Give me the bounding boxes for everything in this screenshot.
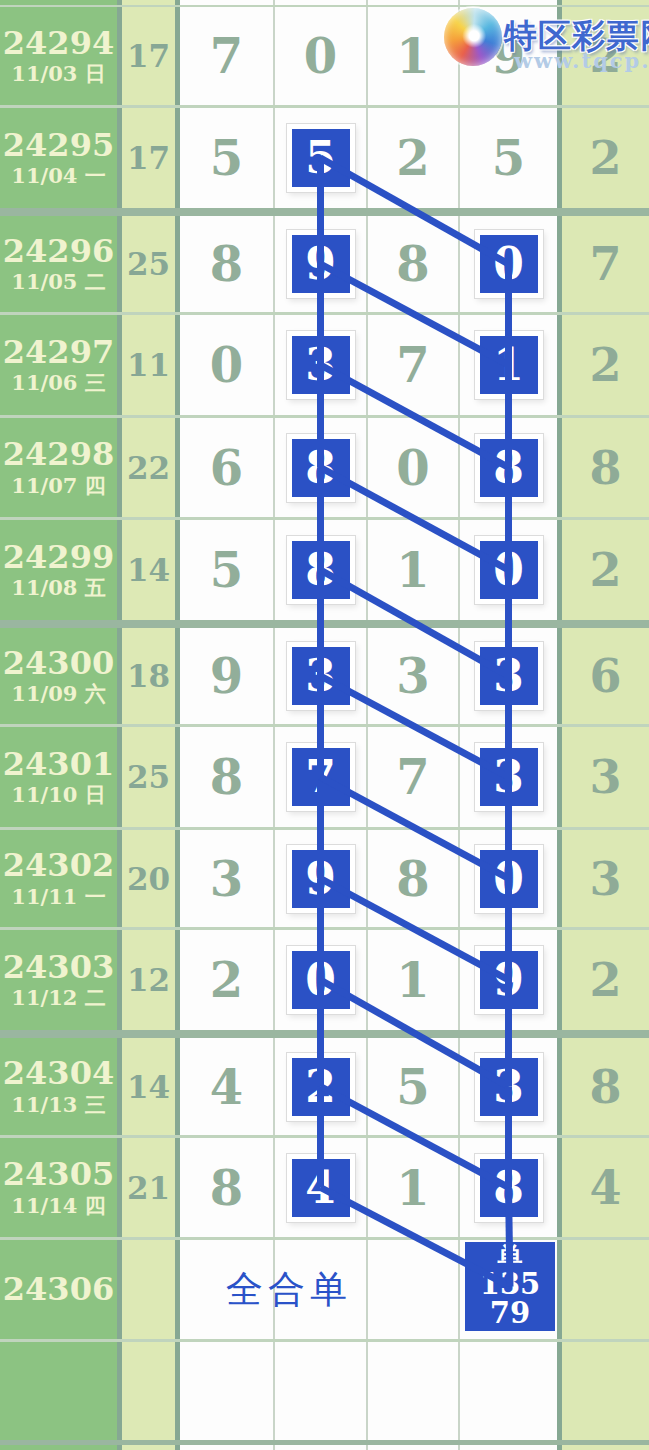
digit-cell bbox=[460, 0, 562, 5]
boxed-digit: 5 bbox=[287, 124, 355, 192]
digit-value: 5 bbox=[210, 134, 243, 182]
digit-cell: 2 bbox=[180, 930, 275, 1030]
table-row bbox=[0, 1445, 649, 1450]
issue-date: 11/03 日 bbox=[11, 63, 105, 85]
issue-number: 24306 bbox=[3, 1273, 114, 1307]
boxed-digit: 3 bbox=[287, 331, 355, 399]
tail-cell: 6 bbox=[562, 628, 649, 724]
sum-cell: 22 bbox=[122, 418, 180, 517]
sum-cell bbox=[122, 1240, 180, 1339]
sum-cell: 20 bbox=[122, 830, 180, 927]
table-row: 2429711/06 三1103712 bbox=[0, 315, 649, 418]
tail-digit-value: 8 bbox=[589, 445, 621, 491]
digit-cell: 0 bbox=[368, 418, 460, 517]
digit-value: 7 bbox=[396, 753, 429, 801]
digit-value: 8 bbox=[210, 1164, 243, 1212]
sum-value: 17 bbox=[127, 140, 170, 176]
digit-cell: 1 bbox=[368, 930, 460, 1030]
issue-number: 24298 bbox=[3, 438, 114, 472]
sum-value: 14 bbox=[127, 1069, 170, 1105]
issue-cell bbox=[0, 1445, 122, 1450]
issue-cell: 2430111/10 日 bbox=[0, 727, 122, 827]
issue-number: 24303 bbox=[3, 951, 114, 985]
digit-cell: 7 bbox=[368, 315, 460, 415]
digit-value: 1 bbox=[396, 956, 429, 1004]
boxed-digit: 3 bbox=[475, 743, 543, 811]
issue-cell: 2430511/14 四 bbox=[0, 1138, 122, 1237]
digit-cell: 5 bbox=[368, 1038, 460, 1135]
group-separator-band bbox=[0, 1030, 649, 1038]
issue-number: 24301 bbox=[3, 748, 114, 782]
tail-cell: 2 bbox=[562, 7, 649, 105]
sum-cell: 14 bbox=[122, 520, 180, 620]
tail-cell bbox=[562, 1240, 649, 1339]
digit-cell: 7 bbox=[180, 7, 275, 105]
digit-value: 3 bbox=[210, 855, 243, 903]
digit-cell: 8 bbox=[180, 1138, 275, 1237]
digit-value: 3 bbox=[396, 652, 429, 700]
tail-digit-value: 2 bbox=[589, 342, 621, 388]
digit-cell: 9 bbox=[275, 830, 368, 927]
digit-cell: 2 bbox=[275, 1038, 368, 1135]
issue-cell: 2429711/06 三 bbox=[0, 315, 122, 415]
digit-cell: 6 bbox=[180, 418, 275, 517]
digit-cell bbox=[180, 0, 275, 5]
digit-cell: 8 bbox=[368, 830, 460, 927]
rows-container: 2429411/03 日17701922429511/04 一175525224… bbox=[0, 0, 649, 1450]
issue-cell: 2430011/09 六 bbox=[0, 628, 122, 724]
boxed-digit: 8 bbox=[287, 434, 355, 502]
digit-value: 8 bbox=[396, 855, 429, 903]
digit-value: 9 bbox=[210, 652, 243, 700]
issue-date: 11/05 二 bbox=[11, 271, 105, 293]
digit-cell: 7 bbox=[368, 727, 460, 827]
sum-value: 17 bbox=[127, 38, 170, 74]
digit-value: 8 bbox=[396, 240, 429, 288]
digit-value: 0 bbox=[396, 444, 429, 492]
digit-cell: 0 bbox=[460, 830, 562, 927]
digit-cell: 1 bbox=[368, 1138, 460, 1237]
tail-cell: 2 bbox=[562, 930, 649, 1030]
tail-cell: 3 bbox=[562, 830, 649, 927]
digit-value: 7 bbox=[396, 341, 429, 389]
table-row: 2430011/09 六1893336 bbox=[0, 628, 649, 727]
digit-cell bbox=[368, 1240, 460, 1339]
digit-value: 1 bbox=[396, 546, 429, 594]
tail-cell: 3 bbox=[562, 727, 649, 827]
issue-date: 11/14 四 bbox=[11, 1195, 105, 1217]
tail-digit-value: 2 bbox=[589, 135, 621, 181]
issue-date: 11/07 四 bbox=[11, 475, 105, 497]
digit-cell: 9 bbox=[275, 216, 368, 312]
digit-cell bbox=[368, 1342, 460, 1440]
tail-digit-value: 2 bbox=[589, 33, 621, 79]
digit-cell: 3 bbox=[460, 727, 562, 827]
issue-date: 11/13 三 bbox=[11, 1094, 105, 1116]
digit-cell: 8 bbox=[460, 418, 562, 517]
sum-cell: 11 bbox=[122, 315, 180, 415]
issue-date: 11/06 三 bbox=[11, 372, 105, 394]
sum-cell: 17 bbox=[122, 7, 180, 105]
digit-cell: 0 bbox=[460, 520, 562, 620]
digit-cell: 8 bbox=[275, 418, 368, 517]
boxed-digit: 0 bbox=[287, 946, 355, 1014]
digit-cell: 1 bbox=[460, 315, 562, 415]
digit-cell bbox=[275, 1342, 368, 1440]
tail-digit-value: 2 bbox=[589, 957, 621, 1003]
digit-value: 2 bbox=[396, 134, 429, 182]
tail-cell bbox=[562, 0, 649, 5]
group-separator-band bbox=[0, 620, 649, 628]
sum-cell: 25 bbox=[122, 216, 180, 312]
table-row: 2430311/12 二1220192 bbox=[0, 930, 649, 1030]
digit-cell bbox=[368, 0, 460, 5]
digit-value: 8 bbox=[210, 753, 243, 801]
boxed-digit: 0 bbox=[475, 230, 543, 298]
issue-number: 24304 bbox=[3, 1057, 114, 1091]
issue-cell: 2430411/13 三 bbox=[0, 1038, 122, 1135]
issue-date: 11/08 五 bbox=[11, 577, 105, 599]
prediction-box-numbers: 135 bbox=[480, 1270, 541, 1300]
sum-value: 18 bbox=[127, 658, 170, 694]
digit-value: 5 bbox=[210, 546, 243, 594]
boxed-digit: 4 bbox=[287, 1154, 355, 1222]
digit-cell: 4 bbox=[180, 1038, 275, 1135]
digit-cell: 8 bbox=[275, 520, 368, 620]
digit-value: 1 bbox=[396, 32, 429, 80]
boxed-digit: 3 bbox=[475, 642, 543, 710]
issue-number: 24296 bbox=[3, 235, 114, 269]
tail-digit-value: 4 bbox=[589, 1165, 621, 1211]
issue-number: 24295 bbox=[3, 129, 114, 163]
prediction-box: 单13579 bbox=[465, 1242, 555, 1331]
digit-cell: 3 bbox=[460, 1038, 562, 1135]
digit-cell: 1 bbox=[368, 7, 460, 105]
sum-cell: 25 bbox=[122, 727, 180, 827]
sum-value: 11 bbox=[127, 347, 170, 383]
sum-value: 25 bbox=[127, 759, 170, 795]
issue-number: 24305 bbox=[3, 1158, 114, 1192]
boxed-digit: 0 bbox=[475, 845, 543, 913]
lottery-trend-board: 2429411/03 日17701922429511/04 一175525224… bbox=[0, 0, 649, 1450]
issue-cell bbox=[0, 1342, 122, 1440]
sum-cell bbox=[122, 1445, 180, 1450]
digit-value: 2 bbox=[210, 956, 243, 1004]
sum-value: 14 bbox=[127, 552, 170, 588]
digit-cell bbox=[460, 1342, 562, 1440]
sum-value: 12 bbox=[127, 962, 170, 998]
tail-cell: 4 bbox=[562, 1138, 649, 1237]
tail-digit-value: 3 bbox=[589, 754, 621, 800]
digit-value: 6 bbox=[210, 444, 243, 492]
group-separator-band bbox=[0, 208, 649, 216]
boxed-digit: 9 bbox=[475, 946, 543, 1014]
sum-cell: 14 bbox=[122, 1038, 180, 1135]
issue-date: 11/12 二 bbox=[11, 987, 105, 1009]
digit-value: 5 bbox=[492, 134, 525, 182]
digit-cell: 0 bbox=[275, 930, 368, 1030]
boxed-digit: 1 bbox=[475, 331, 543, 399]
boxed-digit: 8 bbox=[475, 1154, 543, 1222]
tail-cell bbox=[562, 1342, 649, 1440]
digit-value: 4 bbox=[210, 1063, 243, 1111]
sum-cell bbox=[122, 0, 180, 5]
boxed-digit: 7 bbox=[287, 743, 355, 811]
table-row: 2430411/13 三1442538 bbox=[0, 1038, 649, 1138]
table-row: 2429811/07 四2268088 bbox=[0, 418, 649, 520]
issue-number: 24299 bbox=[3, 541, 114, 575]
table-row: 24306全合单单13579 bbox=[0, 1240, 649, 1342]
digit-cell: 4 bbox=[275, 1138, 368, 1237]
boxed-digit: 8 bbox=[475, 434, 543, 502]
issue-date: 11/10 日 bbox=[11, 784, 105, 806]
issue-date: 11/09 六 bbox=[11, 683, 105, 705]
digit-cell: 3 bbox=[368, 628, 460, 724]
table-row: 2430211/11 一2039803 bbox=[0, 830, 649, 930]
issue-number: 24300 bbox=[3, 647, 114, 681]
digit-cell bbox=[460, 1445, 562, 1450]
digit-cell: 0 bbox=[180, 315, 275, 415]
issue-cell bbox=[0, 0, 122, 5]
digit-cell: 5 bbox=[460, 108, 562, 208]
tail-digit-value: 8 bbox=[589, 1064, 621, 1110]
digit-value: 9 bbox=[492, 32, 525, 80]
digit-cell: 8 bbox=[180, 727, 275, 827]
digit-cell: 5 bbox=[275, 108, 368, 208]
prediction-box-odd-label: 单 bbox=[498, 1244, 523, 1270]
sum-cell: 21 bbox=[122, 1138, 180, 1237]
sum-value: 21 bbox=[127, 1170, 170, 1206]
issue-number: 24302 bbox=[3, 849, 114, 883]
tail-cell: 2 bbox=[562, 108, 649, 208]
prediction-label: 全合单 bbox=[204, 1240, 374, 1339]
digit-value: 1 bbox=[396, 1164, 429, 1212]
tail-digit-value: 3 bbox=[589, 856, 621, 902]
table-row bbox=[0, 1342, 649, 1440]
sum-cell: 18 bbox=[122, 628, 180, 724]
digit-cell bbox=[368, 1445, 460, 1450]
sum-cell: 17 bbox=[122, 108, 180, 208]
boxed-digit: 9 bbox=[287, 230, 355, 298]
issue-date: 11/11 一 bbox=[11, 886, 105, 908]
issue-cell: 2429511/04 一 bbox=[0, 108, 122, 208]
digit-cell bbox=[180, 1445, 275, 1450]
table-row: 2429911/08 五1458102 bbox=[0, 520, 649, 620]
digit-cell: 9 bbox=[460, 7, 562, 105]
boxed-digit: 3 bbox=[287, 642, 355, 710]
digit-cell: 8 bbox=[368, 216, 460, 312]
tail-digit-value: 7 bbox=[589, 241, 621, 287]
boxed-digit: 2 bbox=[287, 1053, 355, 1121]
prediction-box-numbers: 79 bbox=[490, 1299, 530, 1329]
digit-cell: 1 bbox=[368, 520, 460, 620]
digit-cell: 9 bbox=[180, 628, 275, 724]
digit-cell: 7 bbox=[275, 727, 368, 827]
issue-cell: 2430311/12 二 bbox=[0, 930, 122, 1030]
digit-value: 5 bbox=[396, 1063, 429, 1111]
digit-cell: 8 bbox=[180, 216, 275, 312]
issue-date: 11/04 一 bbox=[11, 165, 105, 187]
table-row: 2429511/04 一1755252 bbox=[0, 108, 649, 208]
issue-cell: 2429911/08 五 bbox=[0, 520, 122, 620]
digit-cell: 3 bbox=[275, 628, 368, 724]
digit-value: 7 bbox=[210, 32, 243, 80]
tail-cell: 8 bbox=[562, 418, 649, 517]
issue-cell: 2430211/11 一 bbox=[0, 830, 122, 927]
digit-cell: 0 bbox=[275, 7, 368, 105]
digit-value: 8 bbox=[210, 240, 243, 288]
boxed-digit: 8 bbox=[287, 536, 355, 604]
digit-cell: 0 bbox=[460, 216, 562, 312]
sum-cell: 12 bbox=[122, 930, 180, 1030]
tail-digit-value: 2 bbox=[589, 547, 621, 593]
tail-cell: 2 bbox=[562, 315, 649, 415]
digit-cell: 9 bbox=[460, 930, 562, 1030]
digit-cell: 5 bbox=[180, 108, 275, 208]
boxed-digit: 9 bbox=[287, 845, 355, 913]
tail-cell: 2 bbox=[562, 520, 649, 620]
issue-number: 24294 bbox=[3, 27, 114, 61]
digit-cell: 5 bbox=[180, 520, 275, 620]
digit-cell bbox=[275, 0, 368, 5]
digit-cell: 3 bbox=[180, 830, 275, 927]
table-row: 2429411/03 日1770192 bbox=[0, 7, 649, 108]
table-row: 2430511/14 四2184184 bbox=[0, 1138, 649, 1240]
digit-cell: 3 bbox=[460, 628, 562, 724]
digit-cell: 8 bbox=[460, 1138, 562, 1237]
digit-cell: 2 bbox=[368, 108, 460, 208]
digit-value: 0 bbox=[210, 341, 243, 389]
digit-cell bbox=[275, 1445, 368, 1450]
issue-cell: 2429411/03 日 bbox=[0, 7, 122, 105]
digit-cell bbox=[180, 1342, 275, 1440]
issue-cell: 24306 bbox=[0, 1240, 122, 1339]
sum-value: 25 bbox=[127, 246, 170, 282]
issue-number: 24297 bbox=[3, 336, 114, 370]
sum-cell bbox=[122, 1342, 180, 1440]
boxed-digit: 0 bbox=[475, 536, 543, 604]
digit-cell: 3 bbox=[275, 315, 368, 415]
boxed-digit: 3 bbox=[475, 1053, 543, 1121]
sum-value: 22 bbox=[127, 450, 170, 486]
digit-value: 0 bbox=[304, 32, 337, 80]
table-row bbox=[0, 0, 649, 7]
table-row: 2429611/05 二2589807 bbox=[0, 216, 649, 315]
tail-digit-value: 6 bbox=[589, 653, 621, 699]
table-row: 2430111/10 日2587733 bbox=[0, 727, 649, 830]
tail-cell bbox=[562, 1445, 649, 1450]
issue-cell: 2429611/05 二 bbox=[0, 216, 122, 312]
sum-value: 20 bbox=[127, 861, 170, 897]
issue-cell: 2429811/07 四 bbox=[0, 418, 122, 517]
tail-cell: 7 bbox=[562, 216, 649, 312]
tail-cell: 8 bbox=[562, 1038, 649, 1135]
